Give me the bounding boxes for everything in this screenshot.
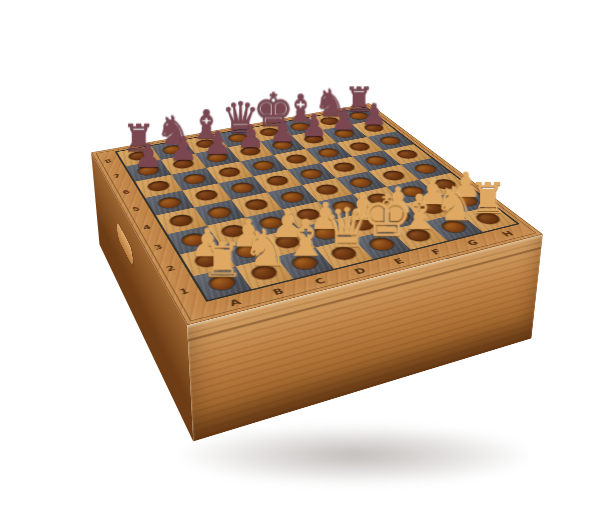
peg-hole (347, 141, 373, 152)
peg-hole (171, 158, 196, 170)
square-a5 (145, 191, 194, 216)
peg-hole (438, 219, 470, 234)
rank-label-7: 7 (105, 172, 129, 180)
square-f1 (390, 221, 447, 249)
peg-hole (217, 166, 243, 178)
drawer-tab (116, 220, 133, 269)
peg-hole (233, 243, 264, 260)
square-a2 (180, 245, 235, 276)
rank-label-4: 4 (134, 222, 160, 232)
peg-hole (398, 185, 427, 198)
square-f2 (371, 204, 426, 230)
peg-hole (377, 135, 403, 146)
peg-hole (313, 183, 341, 196)
peg-hole (194, 138, 218, 149)
rank-label-1: 1 (169, 285, 199, 298)
peg-hole (347, 176, 375, 189)
peg-hole (363, 155, 390, 167)
square-e1 (353, 230, 411, 259)
peg-hole (264, 174, 291, 187)
peg-hole (182, 173, 208, 185)
peg-hole (417, 201, 447, 215)
peg-hole (226, 133, 250, 143)
peg-hole (146, 180, 172, 193)
peg-hole (257, 215, 286, 230)
peg-hole (332, 128, 357, 138)
peg-hole (366, 236, 398, 252)
peg-hole (403, 228, 435, 244)
square-g1 (426, 213, 483, 240)
peg-hole (331, 161, 358, 173)
peg-hole (278, 190, 306, 203)
peg-hole (193, 189, 220, 202)
square-c2 (260, 228, 315, 257)
peg-hole (431, 178, 460, 191)
square-e2 (335, 211, 390, 238)
rank-label-5: 5 (124, 204, 149, 214)
peg-hole (242, 198, 270, 212)
peg-hole (206, 274, 238, 293)
peg-hole (257, 127, 281, 137)
peg-hole (298, 168, 325, 180)
peg-hole (272, 234, 303, 250)
stage: 87654321ABCDEFGH ♜♞♝♛♚♝♞♜♟♟♟♟♟♟♟♟♟♟♟♟♟♟♟… (0, 0, 600, 506)
peg-hole (219, 223, 248, 238)
peg-hole (380, 169, 408, 181)
square-d2 (298, 219, 353, 247)
peg-hole (167, 213, 195, 228)
peg-hole (328, 245, 360, 262)
square-d3 (282, 202, 335, 228)
peg-hole (136, 165, 161, 177)
square-c1 (276, 247, 334, 278)
peg-hole (347, 217, 377, 232)
peg-hole (251, 160, 277, 172)
peg-hole (383, 209, 413, 224)
peg-hole (284, 153, 310, 164)
square-a1 (193, 266, 251, 300)
rank-label-8: 8 (97, 157, 120, 165)
square-h2 (439, 189, 493, 214)
peg-hole (192, 252, 223, 269)
peg-hole (127, 150, 151, 161)
square-e3 (318, 194, 371, 219)
peg-hole (289, 254, 321, 271)
rank-label-3: 3 (145, 242, 172, 253)
square-a4 (156, 207, 207, 234)
peg-hole (248, 264, 280, 282)
peg-hole (179, 232, 208, 248)
square-f3 (353, 187, 406, 212)
peg-hole (412, 163, 440, 175)
square-b1 (235, 257, 293, 289)
square-b2 (221, 236, 276, 266)
square-b4 (194, 200, 245, 226)
peg-hole (238, 146, 263, 157)
peg-hole (229, 181, 256, 194)
square-c3 (245, 209, 298, 236)
square-g2 (405, 196, 460, 221)
peg-hole (156, 196, 183, 210)
peg-hole (270, 140, 295, 151)
rank-label-6: 6 (114, 188, 138, 197)
chess-box: 87654321ABCDEFGH ♜♞♝♛♚♝♞♜♟♟♟♟♟♟♟♟♟♟♟♟♟♟♟… (91, 103, 543, 325)
peg-hole (330, 200, 359, 214)
peg-hole (205, 152, 230, 163)
peg-hole (472, 211, 503, 226)
peg-hole (294, 207, 323, 221)
peg-hole (288, 122, 312, 132)
peg-hole (205, 205, 233, 219)
peg-hole (347, 111, 371, 120)
square-c4 (231, 192, 282, 217)
peg-hole (316, 147, 342, 158)
square-h1 (460, 205, 517, 232)
peg-hole (161, 144, 185, 155)
peg-hole (451, 194, 481, 208)
peg-hole (394, 149, 421, 160)
peg-hole (318, 116, 342, 126)
square-d1 (315, 239, 373, 269)
rank-label-2: 2 (157, 263, 185, 275)
peg-hole (310, 225, 340, 241)
peg-hole (362, 123, 387, 133)
peg-hole (301, 134, 326, 144)
peg-hole (364, 192, 393, 206)
photo-scene: 87654321ABCDEFGH ♜♞♝♛♚♝♞♜♟♟♟♟♟♟♟♟♟♟♟♟♟♟♟… (0, 0, 600, 506)
square-a3 (168, 226, 221, 255)
square-b3 (207, 217, 260, 245)
